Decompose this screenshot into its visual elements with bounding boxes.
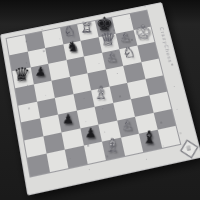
dust-speck: [44, 72, 45, 73]
dust-speck: [43, 50, 45, 52]
dust-speck: [146, 159, 147, 160]
dust-speck: [98, 63, 99, 64]
dust-speck: [117, 73, 118, 74]
dust-speck: [106, 155, 108, 157]
dust-speck: [171, 64, 173, 66]
square-h1: [157, 126, 180, 148]
dust-speck: [113, 29, 115, 31]
dust-speck: [131, 39, 133, 41]
dust-speck: [41, 29, 42, 30]
dust-speck: [59, 38, 60, 39]
dust-speck: [176, 109, 177, 110]
crown-icon: ♕: [185, 145, 193, 153]
dust-speck: [119, 95, 121, 97]
dust-speck: [84, 98, 85, 99]
dust-speck: [100, 85, 102, 87]
dust-speck: [87, 145, 89, 147]
dust-speck: [104, 132, 105, 133]
dust-speck: [102, 108, 103, 109]
maker-logo-diamond: ♕: [180, 140, 198, 159]
dust-speck: [25, 40, 27, 42]
dust-speck: [174, 86, 175, 87]
dust-speck: [179, 132, 181, 134]
dust-speck: [144, 6, 145, 7]
dust-speck: [89, 169, 90, 170]
dust-speck: [28, 107, 30, 109]
dust-speck: [129, 18, 130, 19]
dust-speck: [70, 158, 71, 159]
board-squares: [7, 11, 180, 177]
dust-speck: [85, 121, 86, 122]
dust-speck: [163, 145, 164, 146]
dust-speck: [160, 122, 162, 124]
dust-speck: [115, 51, 116, 52]
